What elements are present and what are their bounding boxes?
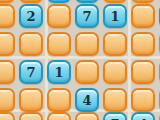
cell-r2-c1-unrevealed[interactable] — [19, 32, 43, 56]
cell-r2-c0-unrevealed[interactable] — [0, 32, 15, 56]
cell-r0-c0-unrevealed[interactable] — [0, 0, 15, 3]
cell-r4-c0-unrevealed[interactable] — [0, 88, 15, 112]
cell-r5-c3-unrevealed[interactable] — [75, 112, 99, 120]
cell-r4-c6-unrevealed[interactable] — [159, 88, 160, 112]
cell-r4-c3-revealed[interactable]: 4 — [75, 88, 99, 112]
cell-r0-c6-unrevealed[interactable] — [159, 0, 160, 3]
cell-r2-c5-unrevealed[interactable] — [131, 32, 155, 56]
cell-r4-c4-unrevealed[interactable] — [103, 88, 127, 112]
cell-r0-c4-unrevealed[interactable] — [103, 0, 127, 3]
cell-r5-c5-revealed[interactable]: 4 — [131, 112, 155, 120]
cell-r3-c1-revealed[interactable]: 7 — [19, 60, 43, 84]
cell-r2-c3-unrevealed[interactable] — [75, 32, 99, 56]
cell-r0-c3-revealed[interactable] — [75, 0, 99, 3]
cell-r5-c6-unrevealed[interactable] — [159, 112, 160, 120]
cell-r0-c1-unrevealed[interactable] — [19, 0, 43, 3]
cell-r1-c2-unrevealed[interactable] — [47, 4, 71, 28]
cell-r4-c5-unrevealed[interactable] — [131, 88, 155, 112]
cell-r3-c0-unrevealed[interactable] — [0, 60, 15, 84]
cell-r5-c0-unrevealed[interactable] — [0, 112, 15, 120]
cell-r1-c3-revealed[interactable]: 7 — [75, 4, 99, 28]
cell-r3-c5-unrevealed[interactable] — [131, 60, 155, 84]
cell-r0-c5-unrevealed[interactable] — [131, 0, 155, 3]
cell-r4-c1-unrevealed[interactable] — [19, 88, 43, 112]
cell-r3-c2-revealed[interactable]: 1 — [47, 60, 71, 84]
cell-r3-c4-unrevealed[interactable] — [103, 60, 127, 84]
cell-r5-c2-unrevealed[interactable] — [47, 112, 71, 120]
cell-r2-c6-unrevealed[interactable] — [159, 32, 160, 56]
cell-r1-c6-revealed[interactable] — [159, 4, 160, 28]
cell-r4-c2-unrevealed[interactable] — [47, 88, 71, 112]
cell-r3-c6-unrevealed[interactable] — [159, 60, 160, 84]
cell-r1-c1-revealed[interactable]: 2 — [19, 4, 43, 28]
cell-r1-c0-unrevealed[interactable] — [0, 4, 15, 28]
cell-r1-c5-unrevealed[interactable] — [131, 4, 155, 28]
cell-r2-c4-unrevealed[interactable] — [103, 32, 127, 56]
cell-r1-c4-revealed[interactable]: 1 — [103, 4, 127, 28]
cell-r0-c2-revealed[interactable] — [47, 0, 71, 3]
cell-r5-c1-unrevealed[interactable] — [19, 112, 43, 120]
game-board: 27171474 — [0, 0, 160, 120]
cell-r3-c3-unrevealed[interactable] — [75, 60, 99, 84]
cell-r5-c4-revealed[interactable]: 7 — [103, 112, 127, 120]
cell-r2-c2-unrevealed[interactable] — [47, 32, 71, 56]
